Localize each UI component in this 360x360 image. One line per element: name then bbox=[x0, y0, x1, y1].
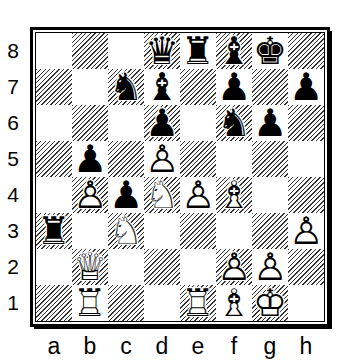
file-label-d: d bbox=[144, 333, 180, 359]
white-rook[interactable]: ♜︎♖︎ bbox=[72, 285, 108, 321]
square-h8[interactable] bbox=[288, 33, 324, 69]
square-e6[interactable] bbox=[180, 105, 216, 141]
rank-label-6: 6 bbox=[0, 105, 26, 141]
piece-glyph: ♟︎ bbox=[288, 69, 324, 105]
square-f4[interactable]: ♝︎♗︎ bbox=[216, 177, 252, 213]
square-h2[interactable] bbox=[288, 249, 324, 285]
square-g2[interactable]: ♟︎♙︎ bbox=[252, 249, 288, 285]
black-bishop[interactable]: ♝︎♝︎ bbox=[216, 33, 252, 69]
piece-glyph: ♔︎ bbox=[252, 285, 288, 321]
piece-glyph: ♟︎ bbox=[144, 105, 180, 141]
square-g6[interactable]: ♟︎♟︎ bbox=[252, 105, 288, 141]
square-f6[interactable]: ♞︎♞︎ bbox=[216, 105, 252, 141]
black-pawn[interactable]: ♟︎♟︎ bbox=[252, 105, 288, 141]
square-c2[interactable] bbox=[108, 249, 144, 285]
square-a1[interactable] bbox=[36, 285, 72, 321]
black-bishop[interactable]: ♝︎♝︎ bbox=[144, 69, 180, 105]
square-c8[interactable] bbox=[108, 33, 144, 69]
square-a3[interactable]: ♜︎♜︎ bbox=[36, 213, 72, 249]
square-b2[interactable]: ♛︎♕︎ bbox=[72, 249, 108, 285]
black-pawn[interactable]: ♟︎♟︎ bbox=[216, 69, 252, 105]
black-pawn[interactable]: ♟︎♟︎ bbox=[144, 105, 180, 141]
white-queen[interactable]: ♛︎♕︎ bbox=[72, 249, 108, 285]
piece-glyph: ♞︎ bbox=[108, 69, 144, 105]
black-pawn[interactable]: ♟︎♟︎ bbox=[72, 141, 108, 177]
white-pawn[interactable]: ♟︎♙︎ bbox=[216, 249, 252, 285]
black-pawn[interactable]: ♟︎♟︎ bbox=[288, 69, 324, 105]
black-queen[interactable]: ♛︎♛︎ bbox=[144, 33, 180, 69]
file-label-g: g bbox=[252, 333, 288, 359]
square-d2[interactable] bbox=[144, 249, 180, 285]
square-a8[interactable] bbox=[36, 33, 72, 69]
white-king[interactable]: ♚︎♔︎ bbox=[252, 285, 288, 321]
rank-labels: 87654321 bbox=[0, 33, 26, 321]
square-b1[interactable]: ♜︎♖︎ bbox=[72, 285, 108, 321]
rank-label-3: 3 bbox=[0, 213, 26, 249]
square-c6[interactable] bbox=[108, 105, 144, 141]
square-e7[interactable] bbox=[180, 69, 216, 105]
piece-glyph: ♝︎ bbox=[216, 33, 252, 69]
square-c5[interactable] bbox=[108, 141, 144, 177]
white-bishop[interactable]: ♝︎♗︎ bbox=[216, 177, 252, 213]
square-h6[interactable] bbox=[288, 105, 324, 141]
square-d6[interactable]: ♟︎♟︎ bbox=[144, 105, 180, 141]
piece-glyph: ♟︎ bbox=[252, 105, 288, 141]
piece-glyph: ♞︎ bbox=[216, 105, 252, 141]
piece-glyph: ♙︎ bbox=[288, 213, 324, 249]
square-h3[interactable]: ♟︎♙︎ bbox=[288, 213, 324, 249]
file-label-b: b bbox=[72, 333, 108, 359]
rank-label-5: 5 bbox=[0, 141, 26, 177]
square-g7[interactable] bbox=[252, 69, 288, 105]
square-a4[interactable] bbox=[36, 177, 72, 213]
square-a5[interactable] bbox=[36, 141, 72, 177]
square-a7[interactable] bbox=[36, 69, 72, 105]
square-e3[interactable] bbox=[180, 213, 216, 249]
white-pawn[interactable]: ♟︎♙︎ bbox=[180, 177, 216, 213]
black-knight[interactable]: ♞︎♞︎ bbox=[108, 69, 144, 105]
piece-glyph: ♟︎ bbox=[108, 177, 144, 213]
square-e1[interactable]: ♜︎♖︎ bbox=[180, 285, 216, 321]
black-king[interactable]: ♚︎♚︎ bbox=[252, 33, 288, 69]
black-pawn[interactable]: ♟︎♟︎ bbox=[108, 177, 144, 213]
rank-label-4: 4 bbox=[0, 177, 26, 213]
file-label-e: e bbox=[180, 333, 216, 359]
white-knight[interactable]: ♞︎♘︎ bbox=[108, 213, 144, 249]
piece-glyph: ♜︎ bbox=[180, 33, 216, 69]
square-h4[interactable] bbox=[288, 177, 324, 213]
black-rook[interactable]: ♜︎♜︎ bbox=[36, 213, 72, 249]
square-e4[interactable]: ♟︎♙︎ bbox=[180, 177, 216, 213]
piece-glyph: ♗︎ bbox=[216, 177, 252, 213]
piece-glyph: ♙︎ bbox=[180, 177, 216, 213]
square-d1[interactable] bbox=[144, 285, 180, 321]
square-e8[interactable]: ♜︎♜︎ bbox=[180, 33, 216, 69]
piece-glyph: ♖︎ bbox=[72, 285, 108, 321]
file-labels: abcdefgh bbox=[36, 333, 324, 359]
square-f5[interactable] bbox=[216, 141, 252, 177]
square-d5[interactable]: ♟︎♙︎ bbox=[144, 141, 180, 177]
square-g1[interactable]: ♚︎♔︎ bbox=[252, 285, 288, 321]
square-h5[interactable] bbox=[288, 141, 324, 177]
square-c3[interactable]: ♞︎♘︎ bbox=[108, 213, 144, 249]
square-f8[interactable]: ♝︎♝︎ bbox=[216, 33, 252, 69]
square-g3[interactable] bbox=[252, 213, 288, 249]
square-d4[interactable]: ♞︎♘︎ bbox=[144, 177, 180, 213]
square-g8[interactable]: ♚︎♚︎ bbox=[252, 33, 288, 69]
square-f1[interactable]: ♝︎♗︎ bbox=[216, 285, 252, 321]
square-a2[interactable] bbox=[36, 249, 72, 285]
square-d3[interactable] bbox=[144, 213, 180, 249]
rank-label-8: 8 bbox=[0, 33, 26, 69]
piece-glyph: ♗︎ bbox=[216, 285, 252, 321]
square-c4[interactable]: ♟︎♟︎ bbox=[108, 177, 144, 213]
board: ♛︎♛︎♜︎♜︎♝︎♝︎♚︎♚︎♞︎♞︎♝︎♝︎♟︎♟︎♟︎♟︎♟︎♟︎♞︎♞︎… bbox=[36, 33, 324, 321]
piece-glyph: ♕︎ bbox=[72, 249, 108, 285]
rank-label-1: 1 bbox=[0, 285, 26, 321]
square-f3[interactable] bbox=[216, 213, 252, 249]
board-frame: ♛︎♛︎♜︎♜︎♝︎♝︎♚︎♚︎♞︎♞︎♝︎♝︎♟︎♟︎♟︎♟︎♟︎♟︎♞︎♞︎… bbox=[30, 27, 330, 327]
rank-label-7: 7 bbox=[0, 69, 26, 105]
white-bishop[interactable]: ♝︎♗︎ bbox=[216, 285, 252, 321]
black-knight[interactable]: ♞︎♞︎ bbox=[216, 105, 252, 141]
square-b6[interactable] bbox=[72, 105, 108, 141]
piece-glyph: ♙︎ bbox=[144, 141, 180, 177]
board-inner-border: ♛︎♛︎♜︎♜︎♝︎♝︎♚︎♚︎♞︎♞︎♝︎♝︎♟︎♟︎♟︎♟︎♟︎♟︎♞︎♞︎… bbox=[35, 32, 325, 322]
piece-glyph: ♝︎ bbox=[144, 69, 180, 105]
white-rook[interactable]: ♜︎♖︎ bbox=[180, 285, 216, 321]
piece-glyph: ♚︎ bbox=[252, 33, 288, 69]
square-e2[interactable] bbox=[180, 249, 216, 285]
chess-diagram: 87654321 ♛︎♛︎♜︎♜︎♝︎♝︎♚︎♚︎♞︎♞︎♝︎♝︎♟︎♟︎♟︎♟… bbox=[0, 0, 360, 360]
white-pawn[interactable]: ♟︎♙︎ bbox=[288, 213, 324, 249]
square-d7[interactable]: ♝︎♝︎ bbox=[144, 69, 180, 105]
piece-glyph: ♜︎ bbox=[36, 213, 72, 249]
square-f2[interactable]: ♟︎♙︎ bbox=[216, 249, 252, 285]
black-rook[interactable]: ♜︎♜︎ bbox=[180, 33, 216, 69]
square-g4[interactable] bbox=[252, 177, 288, 213]
square-e5[interactable] bbox=[180, 141, 216, 177]
white-pawn[interactable]: ♟︎♙︎ bbox=[252, 249, 288, 285]
square-g5[interactable] bbox=[252, 141, 288, 177]
white-pawn[interactable]: ♟︎♙︎ bbox=[72, 177, 108, 213]
piece-glyph: ♖︎ bbox=[180, 285, 216, 321]
square-b4[interactable]: ♟︎♙︎ bbox=[72, 177, 108, 213]
square-b8[interactable] bbox=[72, 33, 108, 69]
piece-glyph: ♛︎ bbox=[144, 33, 180, 69]
square-b3[interactable] bbox=[72, 213, 108, 249]
rank-label-2: 2 bbox=[0, 249, 26, 285]
white-knight[interactable]: ♞︎♘︎ bbox=[144, 177, 180, 213]
square-c7[interactable]: ♞︎♞︎ bbox=[108, 69, 144, 105]
square-h7[interactable]: ♟︎♟︎ bbox=[288, 69, 324, 105]
square-b7[interactable] bbox=[72, 69, 108, 105]
file-label-c: c bbox=[108, 333, 144, 359]
white-pawn[interactable]: ♟︎♙︎ bbox=[144, 141, 180, 177]
square-a6[interactable] bbox=[36, 105, 72, 141]
piece-glyph: ♘︎ bbox=[108, 213, 144, 249]
piece-glyph: ♙︎ bbox=[216, 249, 252, 285]
file-label-a: a bbox=[36, 333, 72, 359]
file-label-f: f bbox=[216, 333, 252, 359]
piece-glyph: ♘︎ bbox=[144, 177, 180, 213]
piece-glyph: ♟︎ bbox=[72, 141, 108, 177]
piece-glyph: ♟︎ bbox=[216, 69, 252, 105]
square-f7[interactable]: ♟︎♟︎ bbox=[216, 69, 252, 105]
square-c1[interactable] bbox=[108, 285, 144, 321]
square-b5[interactable]: ♟︎♟︎ bbox=[72, 141, 108, 177]
file-label-h: h bbox=[288, 333, 324, 359]
piece-glyph: ♙︎ bbox=[252, 249, 288, 285]
square-h1[interactable] bbox=[288, 285, 324, 321]
piece-glyph: ♙︎ bbox=[72, 177, 108, 213]
square-d8[interactable]: ♛︎♛︎ bbox=[144, 33, 180, 69]
